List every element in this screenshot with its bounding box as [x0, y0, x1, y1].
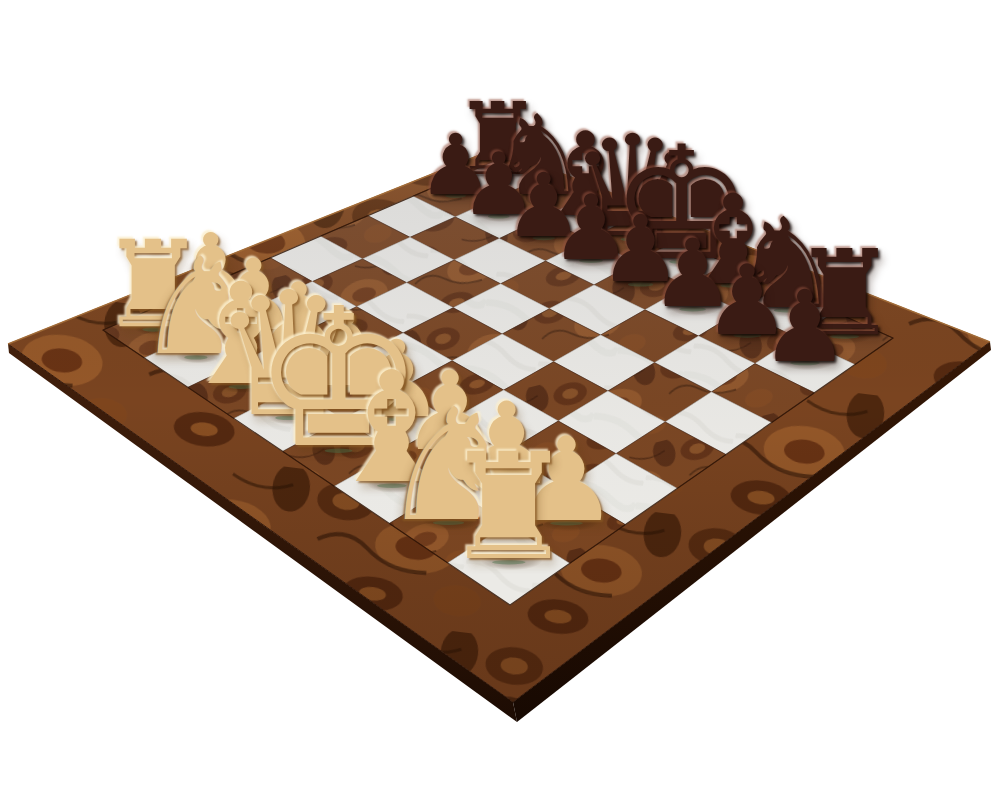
black-pawn[interactable]: ♟: [761, 277, 850, 376]
chess-set-product-photo: ♜♞♝♛♚♝♞♜♟♟♟♟♟♟♟♟♟♟♟♟♟♟♟♟♜♞♝♛♚♝♞♜: [0, 0, 1000, 800]
white-rook[interactable]: ♜: [443, 434, 575, 581]
